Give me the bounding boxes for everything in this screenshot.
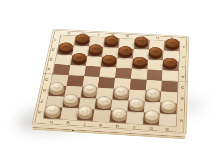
square-dark[interactable]: ⛂	[70, 55, 87, 66]
checker-top-face: ⛀	[62, 93, 78, 104]
checker-light-piece[interactable]: ⛀	[145, 91, 160, 102]
rank-label: 1	[49, 34, 61, 44]
checker-top-face: ⛂	[71, 52, 86, 62]
checker-top-face: ⛀	[96, 95, 112, 106]
checker-top-face: ⛀	[76, 105, 93, 116]
light-man-glyph: ⛀	[117, 88, 124, 94]
square-light[interactable]	[85, 56, 102, 67]
square-dark[interactable]: ⛂	[133, 39, 149, 49]
checker-top-face: ⛀	[160, 99, 175, 110]
checker-light-piece[interactable]: ⛀	[128, 100, 144, 111]
light-man-glyph: ⛀	[148, 112, 155, 118]
rank-label: 2	[47, 44, 59, 54]
square-dark[interactable]: ⛂	[73, 36, 89, 46]
file-label: f	[90, 30, 106, 37]
light-man-glyph: ⛀	[100, 98, 108, 104]
checker-top-face: ⛂	[148, 46, 162, 56]
square-dark[interactable]: ⛂	[100, 56, 117, 67]
checker-dark-piece[interactable]: ⛂	[58, 45, 73, 55]
dark-man-glyph: ⛂	[166, 59, 173, 64]
light-man-glyph: ⛀	[149, 90, 156, 96]
checker-dark-piece[interactable]: ⛂	[148, 49, 162, 59]
dark-man-glyph: ⛂	[91, 45, 98, 50]
square-dark[interactable]: ⛀	[159, 102, 176, 114]
checker-top-face: ⛂	[58, 41, 73, 51]
square-dark[interactable]: ⛀	[94, 98, 112, 110]
file-label: a	[164, 35, 179, 42]
checker-top-face: ⛂	[101, 54, 116, 64]
square-light[interactable]	[60, 107, 78, 119]
square-dark[interactable]: ⛂	[103, 37, 119, 47]
square-light[interactable]	[55, 54, 72, 65]
checker-light-piece[interactable]: ⛀	[160, 103, 175, 114]
checker-top-face: ⛂	[162, 57, 177, 67]
checker-top-face: ⛀	[128, 97, 144, 108]
checker-top-face: ⛂	[132, 56, 147, 66]
square-light[interactable]	[92, 109, 110, 121]
checker-top-face: ⛂	[87, 43, 102, 53]
square-dark[interactable]: ⛀	[109, 110, 127, 123]
checker-light-piece[interactable]: ⛀	[48, 84, 64, 95]
checker-dark-piece[interactable]: ⛂	[165, 41, 179, 50]
checker-dark-piece[interactable]: ⛂	[74, 36, 89, 45]
checker-dark-piece[interactable]: ⛂	[117, 48, 132, 58]
square-dark[interactable]: ⛀	[142, 112, 159, 125]
square-dark[interactable]: ⛀	[80, 86, 98, 98]
checker-dark-piece[interactable]: ⛂	[162, 60, 176, 70]
square-dark[interactable]: ⛂	[147, 49, 163, 60]
square-light[interactable]	[159, 113, 176, 126]
square-dark[interactable]	[66, 75, 83, 86]
file-label: d	[119, 32, 134, 39]
checker-top-face: ⛀	[113, 85, 129, 96]
square-dark[interactable]: ⛀	[76, 108, 94, 120]
square-dark[interactable]	[161, 80, 177, 92]
checker-dark-piece[interactable]: ⛂	[71, 55, 86, 65]
rank-label: 1	[179, 41, 189, 51]
file-label: g	[75, 30, 91, 37]
checker-top-face: ⛂	[117, 45, 132, 55]
square-dark[interactable]: ⛀	[43, 106, 62, 118]
rank-label: 8	[175, 114, 186, 126]
checker-dark-piece[interactable]: ⛂	[101, 57, 116, 67]
light-man-glyph: ⛀	[52, 84, 60, 90]
checker-top-face: ⛀	[143, 109, 159, 120]
checker-light-piece[interactable]: ⛀	[143, 113, 159, 124]
rank-label: 7	[176, 103, 187, 115]
rank-label: 2	[178, 51, 188, 61]
checker-top-face: ⛀	[111, 107, 127, 118]
checker-light-piece[interactable]: ⛀	[96, 98, 112, 109]
file-label: e	[105, 31, 121, 38]
checker-light-piece[interactable]: ⛀	[62, 96, 78, 107]
checker-light-piece[interactable]: ⛀	[81, 87, 97, 98]
light-man-glyph: ⛀	[164, 102, 171, 108]
checker-dark-piece[interactable]: ⛂	[87, 47, 102, 57]
checker-light-piece[interactable]: ⛀	[76, 108, 92, 119]
checker-dark-piece[interactable]: ⛂	[104, 38, 119, 47]
square-dark[interactable]	[97, 77, 114, 88]
checker-light-piece[interactable]: ⛀	[113, 89, 129, 100]
checker-top-face: ⛀	[81, 83, 97, 94]
checker-top-face: ⛀	[48, 81, 64, 92]
square-dark[interactable]: ⛂	[131, 58, 147, 69]
dark-man-glyph: ⛂	[121, 47, 128, 52]
square-dark[interactable]: ⛂	[163, 41, 179, 51]
light-man-glyph: ⛀	[86, 86, 94, 92]
square-dark[interactable]	[129, 78, 146, 90]
light-man-glyph: ⛀	[48, 106, 56, 112]
rank-label: 4	[42, 63, 54, 74]
square-dark[interactable]: ⛀	[127, 100, 144, 112]
square-dark[interactable]: ⛂	[57, 44, 74, 54]
light-man-glyph: ⛀	[66, 95, 74, 101]
square-dark[interactable]: ⛂	[162, 60, 178, 71]
dark-man-glyph: ⛂	[62, 44, 69, 49]
dark-man-glyph: ⛂	[75, 54, 82, 59]
checker-light-piece[interactable]: ⛀	[111, 110, 127, 121]
checker-dark-piece[interactable]: ⛂	[133, 39, 147, 48]
rank-label: 6	[176, 92, 187, 104]
rank-label: 3	[178, 61, 188, 72]
checkers-board: hgfedcba hgfedcba 12345678 12345678 ⛂⛂⛂⛂…	[31, 28, 189, 134]
file-label: b	[149, 34, 164, 41]
square-light[interactable]	[116, 57, 132, 68]
light-man-glyph: ⛀	[115, 110, 123, 116]
rank-label: 5	[177, 81, 188, 92]
photo-scene: hgfedcba hgfedcba 12345678 12345678 ⛂⛂⛂⛂…	[0, 0, 221, 167]
light-man-glyph: ⛀	[80, 107, 88, 113]
square-light[interactable]	[147, 59, 163, 70]
square-dark[interactable]: ⛀	[62, 96, 80, 108]
square-dark[interactable]: ⛂	[87, 46, 104, 57]
file-label: h	[61, 29, 77, 36]
square-dark[interactable]: ⛂	[117, 48, 133, 59]
square-dark[interactable]: ⛀	[144, 90, 161, 102]
light-man-glyph: ⛀	[132, 100, 139, 106]
dark-man-glyph: ⛂	[105, 56, 112, 61]
checker-light-piece[interactable]: ⛀	[44, 107, 61, 118]
square-light[interactable]	[125, 111, 143, 124]
checker-top-face: ⛀	[145, 87, 160, 98]
rank-label: 3	[45, 53, 57, 63]
dark-man-glyph: ⛂	[152, 48, 159, 53]
file-label: c	[134, 33, 149, 40]
dark-man-glyph: ⛂	[136, 58, 143, 63]
checker-dark-piece[interactable]: ⛂	[132, 59, 147, 69]
square-dark[interactable]: ⛀	[112, 88, 129, 100]
square-dark[interactable]: ⛀	[48, 84, 66, 96]
